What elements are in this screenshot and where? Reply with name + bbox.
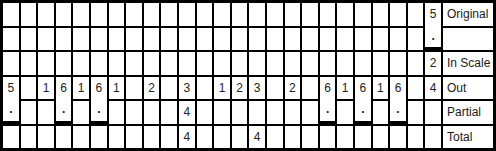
- cell-r3-c6[interactable]: [91, 52, 107, 75]
- cell-r1-c18[interactable]: [302, 3, 318, 26]
- cell-r4-c3[interactable]: 1: [38, 77, 54, 100]
- cell-r2-c11[interactable]: [179, 28, 195, 51]
- cell-r5-c17[interactable]: [285, 101, 301, 124]
- cell-r1-c12[interactable]: [197, 3, 213, 26]
- cell-r3-c17[interactable]: [285, 52, 301, 75]
- cell-r4-c7[interactable]: 1: [109, 77, 125, 100]
- cell-r2-c13[interactable]: [214, 28, 230, 51]
- cell-r1-c9[interactable]: [144, 3, 160, 26]
- cell-r2-c6[interactable]: [91, 28, 107, 51]
- cell-r1-c1[interactable]: [3, 3, 19, 26]
- cell-r1-c14[interactable]: [232, 3, 248, 26]
- cell-r1-c20[interactable]: [337, 3, 353, 26]
- cell-r6-c2[interactable]: [21, 126, 37, 149]
- cell-r6-c8[interactable]: [126, 126, 142, 149]
- cell-r5-c24[interactable]: [408, 101, 424, 124]
- cell-r1-c23[interactable]: [390, 3, 406, 26]
- cell-r6-c13[interactable]: [214, 126, 230, 149]
- cell-r6-c1[interactable]: [3, 126, 19, 149]
- cell-r2-c5[interactable]: [73, 28, 89, 51]
- cell-r4-c14[interactable]: 2: [232, 77, 248, 100]
- cell-r4-c2[interactable]: [21, 77, 37, 100]
- cell-r2-c22[interactable]: [373, 28, 389, 51]
- cell-r5-c21[interactable]: .: [355, 98, 371, 121]
- worksheet-grid: 5Original.2In Scale516161231232616164Out…: [0, 0, 496, 151]
- cell-r5-c23[interactable]: .: [390, 98, 406, 121]
- cell-r4-c18[interactable]: [302, 77, 318, 100]
- cell-r3-c22[interactable]: [373, 52, 389, 75]
- cell-r2-c23[interactable]: [390, 28, 406, 51]
- cell-r4-c4[interactable]: 6: [56, 77, 72, 100]
- cell-r3-c1[interactable]: [3, 52, 19, 75]
- cell-r1-c19[interactable]: [320, 3, 336, 26]
- cell-r5-c19[interactable]: .: [320, 98, 336, 121]
- cell-r4-c12[interactable]: [197, 77, 213, 100]
- cell-r4-c5[interactable]: 1: [73, 77, 89, 100]
- cell-r3-c2[interactable]: [21, 52, 37, 75]
- cell-r5-c4[interactable]: .: [56, 98, 72, 121]
- cell-r6-c16[interactable]: [267, 126, 283, 149]
- cell-r2-c25[interactable]: .: [425, 25, 441, 48]
- row-label-out: Out: [443, 77, 493, 100]
- cell-r2-c20[interactable]: [337, 28, 353, 51]
- cell-r5-c13[interactable]: [214, 101, 230, 124]
- cell-r6-c12[interactable]: [197, 126, 213, 149]
- cell-r2-c9[interactable]: [144, 28, 160, 51]
- cell-r1-c17[interactable]: [285, 3, 301, 26]
- cell-r3-c23[interactable]: [390, 52, 406, 75]
- cell-r3-c13[interactable]: [214, 52, 230, 75]
- cell-r4-c22[interactable]: 1: [373, 77, 389, 100]
- cell-r6-c24[interactable]: [408, 126, 424, 149]
- cell-r6-c4[interactable]: [56, 126, 72, 149]
- row-label-in-scale: In Scale: [443, 52, 493, 75]
- cell-r3-c16[interactable]: [267, 52, 283, 75]
- cell-r6-c25[interactable]: [425, 126, 441, 149]
- cell-r1-c11[interactable]: [179, 3, 195, 26]
- cell-r3-c12[interactable]: [197, 52, 213, 75]
- cell-r1-c7[interactable]: [109, 3, 125, 26]
- cell-r5-c14[interactable]: [232, 101, 248, 124]
- cell-r5-c1[interactable]: .: [3, 98, 19, 121]
- cell-r2-c24[interactable]: [408, 28, 424, 51]
- cell-r3-c3[interactable]: [38, 52, 54, 75]
- cell-r1-c6[interactable]: [91, 3, 107, 26]
- row-label-partial: Partial: [443, 101, 493, 124]
- cell-r1-c2[interactable]: [21, 3, 37, 26]
- cell-r4-c8[interactable]: [126, 77, 142, 100]
- cell-r5-c5[interactable]: [73, 101, 89, 124]
- cell-r6-c5[interactable]: [73, 126, 89, 149]
- cell-r6-c23[interactable]: [390, 126, 406, 149]
- cell-r2-c1[interactable]: [3, 28, 19, 51]
- cell-r4-c6[interactable]: 6: [91, 77, 107, 100]
- cell-r3-c7[interactable]: [109, 52, 125, 75]
- row-label-blank-r2: [443, 28, 493, 51]
- cell-r4-c24[interactable]: [408, 77, 424, 100]
- cell-r3-c9[interactable]: [144, 52, 160, 75]
- cell-r4-c10[interactable]: [161, 77, 177, 100]
- cell-r5-c8[interactable]: [126, 101, 142, 124]
- cell-r2-c15[interactable]: [249, 28, 265, 51]
- cell-r3-c18[interactable]: [302, 52, 318, 75]
- cell-r5-c22[interactable]: [373, 101, 389, 124]
- cell-r5-c9[interactable]: [144, 101, 160, 124]
- cell-r3-c4[interactable]: [56, 52, 72, 75]
- cell-r4-c20[interactable]: 1: [337, 77, 353, 100]
- cell-r3-c14[interactable]: [232, 52, 248, 75]
- cell-r5-c20[interactable]: [337, 101, 353, 124]
- cell-r6-c21[interactable]: [355, 126, 371, 149]
- cell-r3-c25[interactable]: 2: [425, 52, 441, 75]
- cell-r3-c15[interactable]: [249, 52, 265, 75]
- cell-r1-c13[interactable]: [214, 3, 230, 26]
- cell-r1-c4[interactable]: [56, 3, 72, 26]
- cell-r5-c15[interactable]: [249, 101, 265, 124]
- cell-r6-c10[interactable]: [161, 126, 177, 149]
- cell-r5-c3[interactable]: [38, 101, 54, 124]
- cell-r4-c19[interactable]: 6: [320, 77, 336, 100]
- cell-r5-c16[interactable]: [267, 101, 283, 124]
- cell-r1-c24[interactable]: [408, 3, 424, 26]
- cell-r1-c22[interactable]: [373, 3, 389, 26]
- cell-r1-c21[interactable]: [355, 3, 371, 26]
- cell-r6-c11[interactable]: 4: [179, 126, 195, 149]
- cell-r6-c17[interactable]: [285, 126, 301, 149]
- cell-r1-c25[interactable]: 5: [425, 3, 441, 26]
- cell-r1-c3[interactable]: [38, 3, 54, 26]
- cell-r6-c6[interactable]: [91, 126, 107, 149]
- cell-r4-c13[interactable]: 1: [214, 77, 230, 100]
- cell-r5-c7[interactable]: [109, 101, 125, 124]
- cell-r4-c1[interactable]: 5: [3, 77, 19, 100]
- cell-r4-c25[interactable]: 4: [425, 77, 441, 100]
- cell-r2-c16[interactable]: [267, 28, 283, 51]
- cell-r6-c15[interactable]: 4: [249, 126, 265, 149]
- cell-r1-c10[interactable]: [161, 3, 177, 26]
- cell-r5-c11[interactable]: 4: [179, 101, 195, 124]
- cell-r6-c14[interactable]: [232, 126, 248, 149]
- cell-r6-c19[interactable]: [320, 126, 336, 149]
- cell-r3-c5[interactable]: [73, 52, 89, 75]
- cell-r5-c6[interactable]: .: [91, 98, 107, 121]
- cell-r3-c19[interactable]: [320, 52, 336, 75]
- cell-r3-c11[interactable]: [179, 52, 195, 75]
- cell-r2-c7[interactable]: [109, 28, 125, 51]
- cell-r2-c2[interactable]: [21, 28, 37, 51]
- cell-r6-c9[interactable]: [144, 126, 160, 149]
- row-label-total: Total: [443, 126, 493, 149]
- cell-r2-c21[interactable]: [355, 28, 371, 51]
- cell-r4-c17[interactable]: 2: [285, 77, 301, 100]
- cell-r5-c12[interactable]: [197, 101, 213, 124]
- cell-r2-c10[interactable]: [161, 28, 177, 51]
- cell-r3-c24[interactable]: [408, 52, 424, 75]
- cell-r1-c8[interactable]: [126, 3, 142, 26]
- cell-r2-c8[interactable]: [126, 28, 142, 51]
- cell-r1-c15[interactable]: [249, 3, 265, 26]
- cell-r6-c7[interactable]: [109, 126, 125, 149]
- cell-r3-c10[interactable]: [161, 52, 177, 75]
- cell-r3-c8[interactable]: [126, 52, 142, 75]
- cell-r4-c23[interactable]: 6: [390, 77, 406, 100]
- cell-r2-c19[interactable]: [320, 28, 336, 51]
- cell-r5-c18[interactable]: [302, 101, 318, 124]
- cell-r4-c11[interactable]: 3: [179, 77, 195, 100]
- cell-r2-c18[interactable]: [302, 28, 318, 51]
- cell-r4-c9[interactable]: 2: [144, 77, 160, 100]
- cell-r6-c22[interactable]: [373, 126, 389, 149]
- cell-r2-c3[interactable]: [38, 28, 54, 51]
- cell-r6-c20[interactable]: [337, 126, 353, 149]
- cell-r5-c25[interactable]: [425, 101, 441, 124]
- cell-r2-c14[interactable]: [232, 28, 248, 51]
- cell-r6-c18[interactable]: [302, 126, 318, 149]
- cell-r2-c17[interactable]: [285, 28, 301, 51]
- cell-r3-c21[interactable]: [355, 52, 371, 75]
- cell-r3-c20[interactable]: [337, 52, 353, 75]
- cell-r5-c10[interactable]: [161, 101, 177, 124]
- cell-r1-c5[interactable]: [73, 3, 89, 26]
- cell-r2-c12[interactable]: [197, 28, 213, 51]
- cell-r1-c16[interactable]: [267, 3, 283, 26]
- row-label-original: Original: [443, 3, 493, 26]
- cell-r4-c21[interactable]: 6: [355, 77, 371, 100]
- cell-r6-c3[interactable]: [38, 126, 54, 149]
- cell-r4-c16[interactable]: [267, 77, 283, 100]
- cell-r4-c15[interactable]: 3: [249, 77, 265, 100]
- cell-r2-c4[interactable]: [56, 28, 72, 51]
- cell-r5-c2[interactable]: [21, 101, 37, 124]
